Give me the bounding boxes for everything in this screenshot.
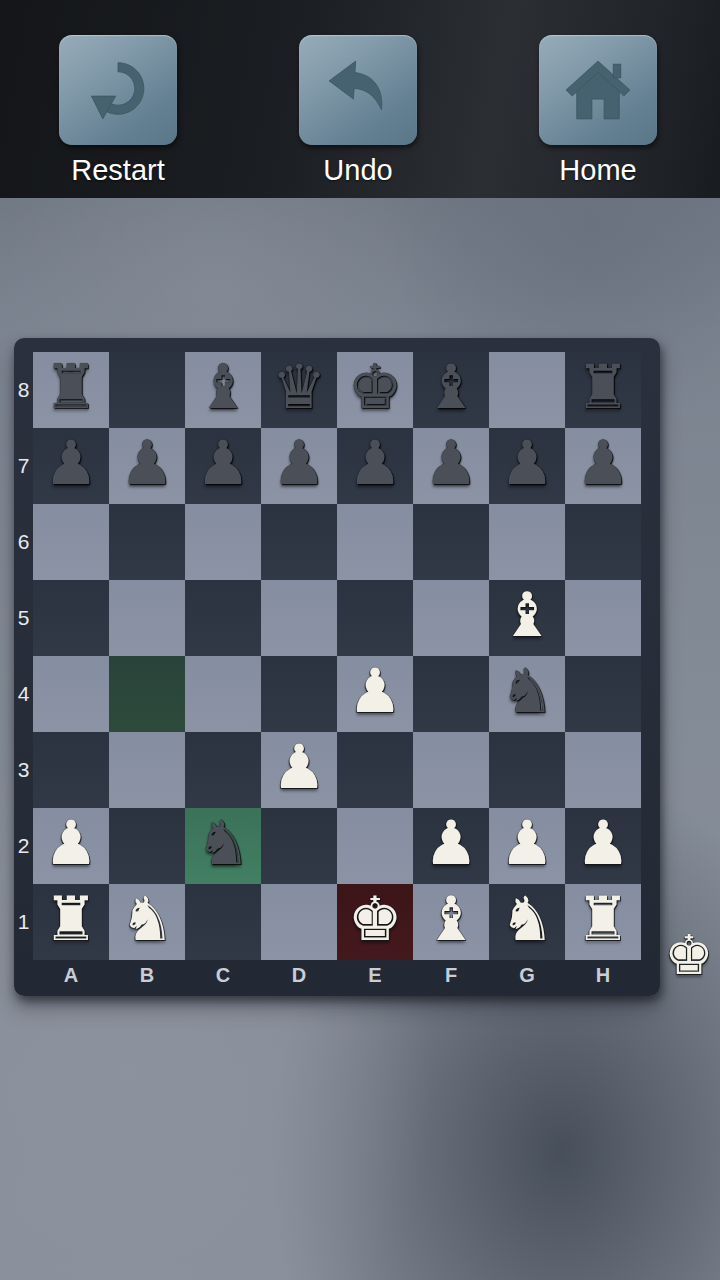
square-h7[interactable]: ♟ [565,428,641,504]
white-knight-g1: ♞ [489,881,565,957]
restart-button[interactable] [59,35,177,145]
rank-label-6: 6 [14,504,33,580]
square-e4[interactable]: ♟ [337,656,413,732]
square-a1[interactable]: ♜ [33,884,109,960]
restart-group: Restart [59,35,177,187]
square-d7[interactable]: ♟ [261,428,337,504]
square-h3[interactable] [565,732,641,808]
white-pawn-a2: ♟ [33,805,109,881]
white-pawn-d3: ♟ [261,729,337,805]
square-a4[interactable] [33,656,109,732]
undo-button[interactable] [299,35,417,145]
black-bishop-f8: ♝ [413,349,489,425]
home-button[interactable] [539,35,657,145]
white-pawn-g2: ♟ [489,805,565,881]
square-b4[interactable] [109,656,185,732]
rank-label-7: 7 [14,428,33,504]
square-c3[interactable] [185,732,261,808]
top-toolbar: Restart Undo Home [0,0,720,198]
white-bishop-g5: ♝ [489,577,565,653]
square-g8[interactable] [489,352,565,428]
chess-board: 87654321 ♜♝♛♚♝♜♟♟♟♟♟♟♟♟♝♟♞♟♟♞♟♟♟♜♞♚♝♞♜ A… [14,338,660,996]
home-group: Home [539,35,657,187]
square-b6[interactable] [109,504,185,580]
square-f1[interactable]: ♝ [413,884,489,960]
square-b1[interactable]: ♞ [109,884,185,960]
file-label-g: G [489,960,565,990]
square-e5[interactable] [337,580,413,656]
square-c6[interactable] [185,504,261,580]
black-rook-h8: ♜ [565,349,641,425]
square-f5[interactable] [413,580,489,656]
rank-label-8: 8 [14,352,33,428]
square-c1[interactable] [185,884,261,960]
square-e2[interactable] [337,808,413,884]
square-g2[interactable]: ♟ [489,808,565,884]
square-b2[interactable] [109,808,185,884]
file-label-h: H [565,960,641,990]
square-c4[interactable] [185,656,261,732]
white-pawn-e4: ♟ [337,653,413,729]
undo-group: Undo [299,35,417,187]
square-h2[interactable]: ♟ [565,808,641,884]
rank-label-1: 1 [14,884,33,960]
square-a6[interactable] [33,504,109,580]
black-knight-g4: ♞ [489,653,565,729]
square-b8[interactable] [109,352,185,428]
square-c8[interactable]: ♝ [185,352,261,428]
square-a8[interactable]: ♜ [33,352,109,428]
square-g7[interactable]: ♟ [489,428,565,504]
square-h1[interactable]: ♜ [565,884,641,960]
white-king-e1: ♚ [337,881,413,957]
square-g4[interactable]: ♞ [489,656,565,732]
square-f3[interactable] [413,732,489,808]
square-g1[interactable]: ♞ [489,884,565,960]
black-pawn-g7: ♟ [489,425,565,501]
square-e6[interactable] [337,504,413,580]
square-h8[interactable]: ♜ [565,352,641,428]
square-a7[interactable]: ♟ [33,428,109,504]
file-label-b: B [109,960,185,990]
black-pawn-f7: ♟ [413,425,489,501]
square-d4[interactable] [261,656,337,732]
white-rook-a1: ♜ [33,881,109,957]
home-house-icon [560,52,636,128]
white-to-move-indicator-king-icon: ♚ [659,920,719,990]
restart-label: Restart [71,154,164,187]
file-labels: ABCDEFGH [33,960,641,990]
white-rook-h1: ♜ [565,881,641,957]
black-knight-c2: ♞ [185,805,261,881]
square-c5[interactable] [185,580,261,656]
file-label-f: F [413,960,489,990]
white-knight-b1: ♞ [109,881,185,957]
square-f7[interactable]: ♟ [413,428,489,504]
board-grid: ♜♝♛♚♝♜♟♟♟♟♟♟♟♟♝♟♞♟♟♞♟♟♟♜♞♚♝♞♜ [33,352,641,960]
home-label: Home [559,154,636,187]
square-b5[interactable] [109,580,185,656]
black-queen-d8: ♛ [261,349,337,425]
rank-label-4: 4 [14,656,33,732]
square-d8[interactable]: ♛ [261,352,337,428]
file-label-c: C [185,960,261,990]
file-label-a: A [33,960,109,990]
square-f6[interactable] [413,504,489,580]
square-b3[interactable] [109,732,185,808]
black-pawn-b7: ♟ [109,425,185,501]
square-e3[interactable] [337,732,413,808]
square-a2[interactable]: ♟ [33,808,109,884]
square-c2[interactable]: ♞ [185,808,261,884]
black-pawn-e7: ♟ [337,425,413,501]
black-rook-a8: ♜ [33,349,109,425]
black-king-e8: ♚ [337,349,413,425]
undo-label: Undo [323,154,392,187]
black-pawn-c7: ♟ [185,425,261,501]
black-bishop-c8: ♝ [185,349,261,425]
square-d6[interactable] [261,504,337,580]
square-f4[interactable] [413,656,489,732]
square-g3[interactable] [489,732,565,808]
black-pawn-a7: ♟ [33,425,109,501]
rank-label-5: 5 [14,580,33,656]
file-label-e: E [337,960,413,990]
white-pawn-f2: ♟ [413,805,489,881]
square-e7[interactable]: ♟ [337,428,413,504]
square-h6[interactable] [565,504,641,580]
square-b7[interactable]: ♟ [109,428,185,504]
square-f2[interactable]: ♟ [413,808,489,884]
square-d5[interactable] [261,580,337,656]
black-pawn-h7: ♟ [565,425,641,501]
square-g6[interactable] [489,504,565,580]
white-bishop-f1: ♝ [413,881,489,957]
rank-label-2: 2 [14,808,33,884]
square-c7[interactable]: ♟ [185,428,261,504]
square-d2[interactable] [261,808,337,884]
square-d1[interactable] [261,884,337,960]
square-a5[interactable] [33,580,109,656]
undo-curved-arrow-icon [320,52,396,128]
square-h4[interactable] [565,656,641,732]
square-e8[interactable]: ♚ [337,352,413,428]
file-label-d: D [261,960,337,990]
square-f8[interactable]: ♝ [413,352,489,428]
white-pawn-h2: ♟ [565,805,641,881]
square-h5[interactable] [565,580,641,656]
rank-label-3: 3 [14,732,33,808]
restart-circular-arrow-icon [80,52,156,128]
square-e1[interactable]: ♚ [337,884,413,960]
rank-labels: 87654321 [14,352,33,960]
square-a3[interactable] [33,732,109,808]
black-pawn-d7: ♟ [261,425,337,501]
square-d3[interactable]: ♟ [261,732,337,808]
square-g5[interactable]: ♝ [489,580,565,656]
